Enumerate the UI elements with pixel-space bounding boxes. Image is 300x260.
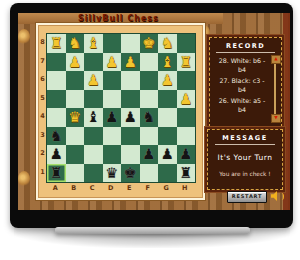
- speaker-icon[interactable]: [271, 191, 284, 201]
- scrollbar-track[interactable]: [274, 61, 276, 117]
- corner-ornament: [18, 29, 30, 45]
- square-d1[interactable]: ♛: [103, 164, 122, 183]
- square-f6[interactable]: [140, 71, 159, 90]
- square-b3[interactable]: [66, 127, 85, 146]
- restart-button[interactable]: RESTART: [227, 191, 267, 203]
- square-f3[interactable]: [140, 127, 159, 146]
- square-a1[interactable]: ♜: [47, 164, 66, 183]
- black-rook: ♜: [50, 164, 63, 182]
- black-pawn: ♟: [105, 108, 118, 126]
- square-d2[interactable]: [103, 145, 122, 164]
- chess-board: ♜♞♝♚♞♟♟♟♝♜♟♟♟♛♝♟♟♞♞♟♟♟♟♜♛♚♜ 87654321 ABC…: [36, 23, 205, 200]
- black-pawn: ♟: [161, 145, 174, 163]
- file-label-f: F: [139, 184, 158, 192]
- file-label-h: H: [176, 184, 195, 192]
- square-h4[interactable]: [177, 108, 196, 127]
- monitor-bezel: SillyBull Chess ♜♞♝♚♞♟♟♟♝♜♟♟♟♛♝♟♟♞♞♟♟♟♟♜…: [10, 3, 293, 228]
- square-d5[interactable]: [103, 90, 122, 109]
- black-knight: ♞: [50, 127, 63, 145]
- square-g2[interactable]: ♟: [158, 145, 177, 164]
- screen: SillyBull Chess ♜♞♝♚♞♟♟♟♝♜♟♟♟♛♝♟♟♞♞♟♟♟♟♜…: [0, 0, 300, 260]
- turn-status-text: It's Your Turn: [208, 153, 282, 162]
- app-title: SillyBull Chess: [36, 14, 201, 23]
- rank-label-7: 7: [39, 52, 46, 71]
- file-label-g: G: [157, 184, 176, 192]
- white-rook: ♜: [50, 34, 63, 52]
- black-king: ♚: [124, 164, 137, 182]
- square-a8[interactable]: ♜: [47, 34, 66, 53]
- square-b7[interactable]: ♟: [66, 53, 85, 72]
- white-pawn: ♟: [161, 71, 174, 89]
- square-e4[interactable]: ♟: [121, 108, 140, 127]
- file-label-d: D: [102, 184, 121, 192]
- square-a4[interactable]: [47, 108, 66, 127]
- square-a3[interactable]: ♞: [47, 127, 66, 146]
- square-d4[interactable]: ♟: [103, 108, 122, 127]
- rank-label-2: 2: [39, 144, 46, 163]
- square-e7[interactable]: ♟: [121, 53, 140, 72]
- square-e8[interactable]: [121, 34, 140, 53]
- black-rook: ♜: [179, 164, 192, 182]
- square-c6[interactable]: ♟: [84, 71, 103, 90]
- square-a6[interactable]: [47, 71, 66, 90]
- rank-label-3: 3: [39, 126, 46, 145]
- file-label-c: C: [83, 184, 102, 192]
- white-pawn: ♟: [87, 71, 100, 89]
- square-c5[interactable]: [84, 90, 103, 109]
- white-knight: ♞: [68, 34, 81, 52]
- square-d7[interactable]: ♟: [103, 53, 122, 72]
- square-e3[interactable]: [121, 127, 140, 146]
- file-label-e: E: [120, 184, 139, 192]
- rank-label-4: 4: [39, 107, 46, 126]
- record-panel: RECORD 28. White: b6 - b427. Black: c3 -…: [209, 37, 282, 127]
- white-rook: ♜: [179, 53, 192, 71]
- square-a5[interactable]: [47, 90, 66, 109]
- square-d3[interactable]: [103, 127, 122, 146]
- white-pawn: ♟: [68, 53, 81, 71]
- white-pawn: ♟: [105, 53, 118, 71]
- white-knight: ♞: [161, 34, 174, 52]
- message-title: MESSAGE: [215, 134, 276, 145]
- square-f5[interactable]: [140, 90, 159, 109]
- square-c3[interactable]: [84, 127, 103, 146]
- record-move: 26. White: a5 - b4: [215, 97, 269, 114]
- frame-red-band: [283, 13, 290, 210]
- black-pawn: ♟: [179, 145, 192, 163]
- square-g1[interactable]: [158, 164, 177, 183]
- square-f2[interactable]: ♟: [140, 145, 159, 164]
- square-h6[interactable]: [177, 71, 196, 90]
- square-b5[interactable]: [66, 90, 85, 109]
- black-pawn: ♟: [142, 145, 155, 163]
- board-grid: ♜♞♝♚♞♟♟♟♝♜♟♟♟♛♝♟♟♞♞♟♟♟♟♜♛♚♜: [46, 33, 196, 183]
- corner-ornament: [18, 171, 30, 187]
- square-c1[interactable]: [84, 164, 103, 183]
- square-e6[interactable]: [121, 71, 140, 90]
- scroll-down-icon[interactable]: ▼: [271, 114, 281, 123]
- square-g5[interactable]: [158, 90, 177, 109]
- square-h8[interactable]: [177, 34, 196, 53]
- square-c8[interactable]: ♝: [84, 34, 103, 53]
- white-queen: ♛: [68, 108, 81, 126]
- rank-label-6: 6: [39, 70, 46, 89]
- square-c7[interactable]: [84, 53, 103, 72]
- square-f7[interactable]: [140, 53, 159, 72]
- speaker-body: [271, 191, 279, 201]
- square-b1[interactable]: [66, 164, 85, 183]
- black-queen: ♛: [105, 164, 118, 182]
- square-h7[interactable]: ♜: [177, 53, 196, 72]
- square-h2[interactable]: ♟: [177, 145, 196, 164]
- square-a7[interactable]: [47, 53, 66, 72]
- record-move: 27. Black: c3 - b4: [215, 77, 269, 94]
- square-e5[interactable]: [121, 90, 140, 109]
- rank-label-8: 8: [39, 33, 46, 52]
- rank-label-1: 1: [39, 163, 46, 182]
- black-pawn: ♟: [124, 108, 137, 126]
- square-f4[interactable]: ♞: [140, 108, 159, 127]
- square-h5[interactable]: ♟: [177, 90, 196, 109]
- file-label-a: A: [46, 184, 65, 192]
- check-warning-text: You are in check !: [208, 171, 282, 177]
- square-e1[interactable]: ♚: [121, 164, 140, 183]
- square-c4[interactable]: ♝: [84, 108, 103, 127]
- square-a2[interactable]: ♟: [47, 145, 66, 164]
- square-b6[interactable]: [66, 71, 85, 90]
- square-h1[interactable]: ♜: [177, 164, 196, 183]
- black-bishop: ♝: [87, 108, 100, 126]
- file-label-b: B: [65, 184, 84, 192]
- square-g6[interactable]: ♟: [158, 71, 177, 90]
- record-move: 28. White: b6 - b4: [215, 57, 269, 74]
- square-b8[interactable]: ♞: [66, 34, 85, 53]
- scroll-up-icon[interactable]: ▲: [271, 55, 281, 64]
- square-h3[interactable]: [177, 127, 196, 146]
- record-scrollbar[interactable]: ▲ ▼: [271, 55, 279, 123]
- chess-app-window: SillyBull Chess ♜♞♝♚♞♟♟♟♝♜♟♟♟♛♝♟♟♞♞♟♟♟♟♜…: [18, 13, 290, 210]
- square-d6[interactable]: [103, 71, 122, 90]
- black-knight: ♞: [142, 108, 155, 126]
- square-g8[interactable]: ♞: [158, 34, 177, 53]
- white-pawn: ♟: [179, 90, 192, 108]
- square-f1[interactable]: [140, 164, 159, 183]
- square-d8[interactable]: [103, 34, 122, 53]
- white-pawn: ♟: [124, 53, 137, 71]
- white-king: ♚: [142, 34, 155, 52]
- black-pawn: ♟: [50, 145, 63, 163]
- square-g7[interactable]: ♝: [158, 53, 177, 72]
- message-panel: MESSAGE It's Your Turn You are in check …: [207, 129, 283, 190]
- square-b4[interactable]: ♛: [66, 108, 85, 127]
- square-c2[interactable]: [84, 145, 103, 164]
- square-g4[interactable]: [158, 108, 177, 127]
- speaker-wave: [279, 193, 284, 200]
- square-b2[interactable]: [66, 145, 85, 164]
- square-g3[interactable]: [158, 127, 177, 146]
- record-title: RECORD: [216, 42, 274, 53]
- square-f8[interactable]: ♚: [140, 34, 159, 53]
- monitor-stand: [55, 227, 250, 234]
- square-e2[interactable]: [121, 145, 140, 164]
- white-bishop: ♝: [161, 53, 174, 71]
- rank-label-5: 5: [39, 89, 46, 108]
- white-bishop: ♝: [87, 34, 100, 52]
